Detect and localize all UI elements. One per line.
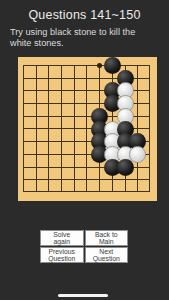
app-screen: Questions 141~150 Try using black stone … (0, 0, 169, 300)
puzzle-instruction: Try using black stone to kill the white … (10, 27, 158, 49)
back-to-main-label-line1: Back to (95, 231, 118, 239)
next-question-label-line2: Question (93, 255, 120, 263)
next-question-label-line1: Next (99, 248, 113, 256)
back-to-main-button[interactable]: Back to Main (85, 230, 129, 246)
back-to-main-label-line2: Main (99, 238, 114, 246)
home-indicator[interactable] (58, 294, 108, 297)
previous-question-button[interactable]: Previous Question (40, 247, 84, 263)
page-title: Questions 141~150 (0, 8, 169, 22)
go-board[interactable] (18, 57, 157, 201)
solve-again-label-line2: again (53, 238, 70, 246)
solve-again-label-line1: Solve (53, 231, 70, 239)
black-stone (104, 57, 121, 74)
previous-question-label-line2: Question (48, 255, 75, 263)
solve-again-button[interactable]: Solve again (40, 230, 84, 246)
next-question-button[interactable]: Next Question (85, 247, 129, 263)
black-stone (117, 159, 134, 176)
previous-question-label-line1: Previous (49, 248, 75, 256)
button-grid: Solve again Back to Main Previous Questi… (40, 230, 128, 263)
